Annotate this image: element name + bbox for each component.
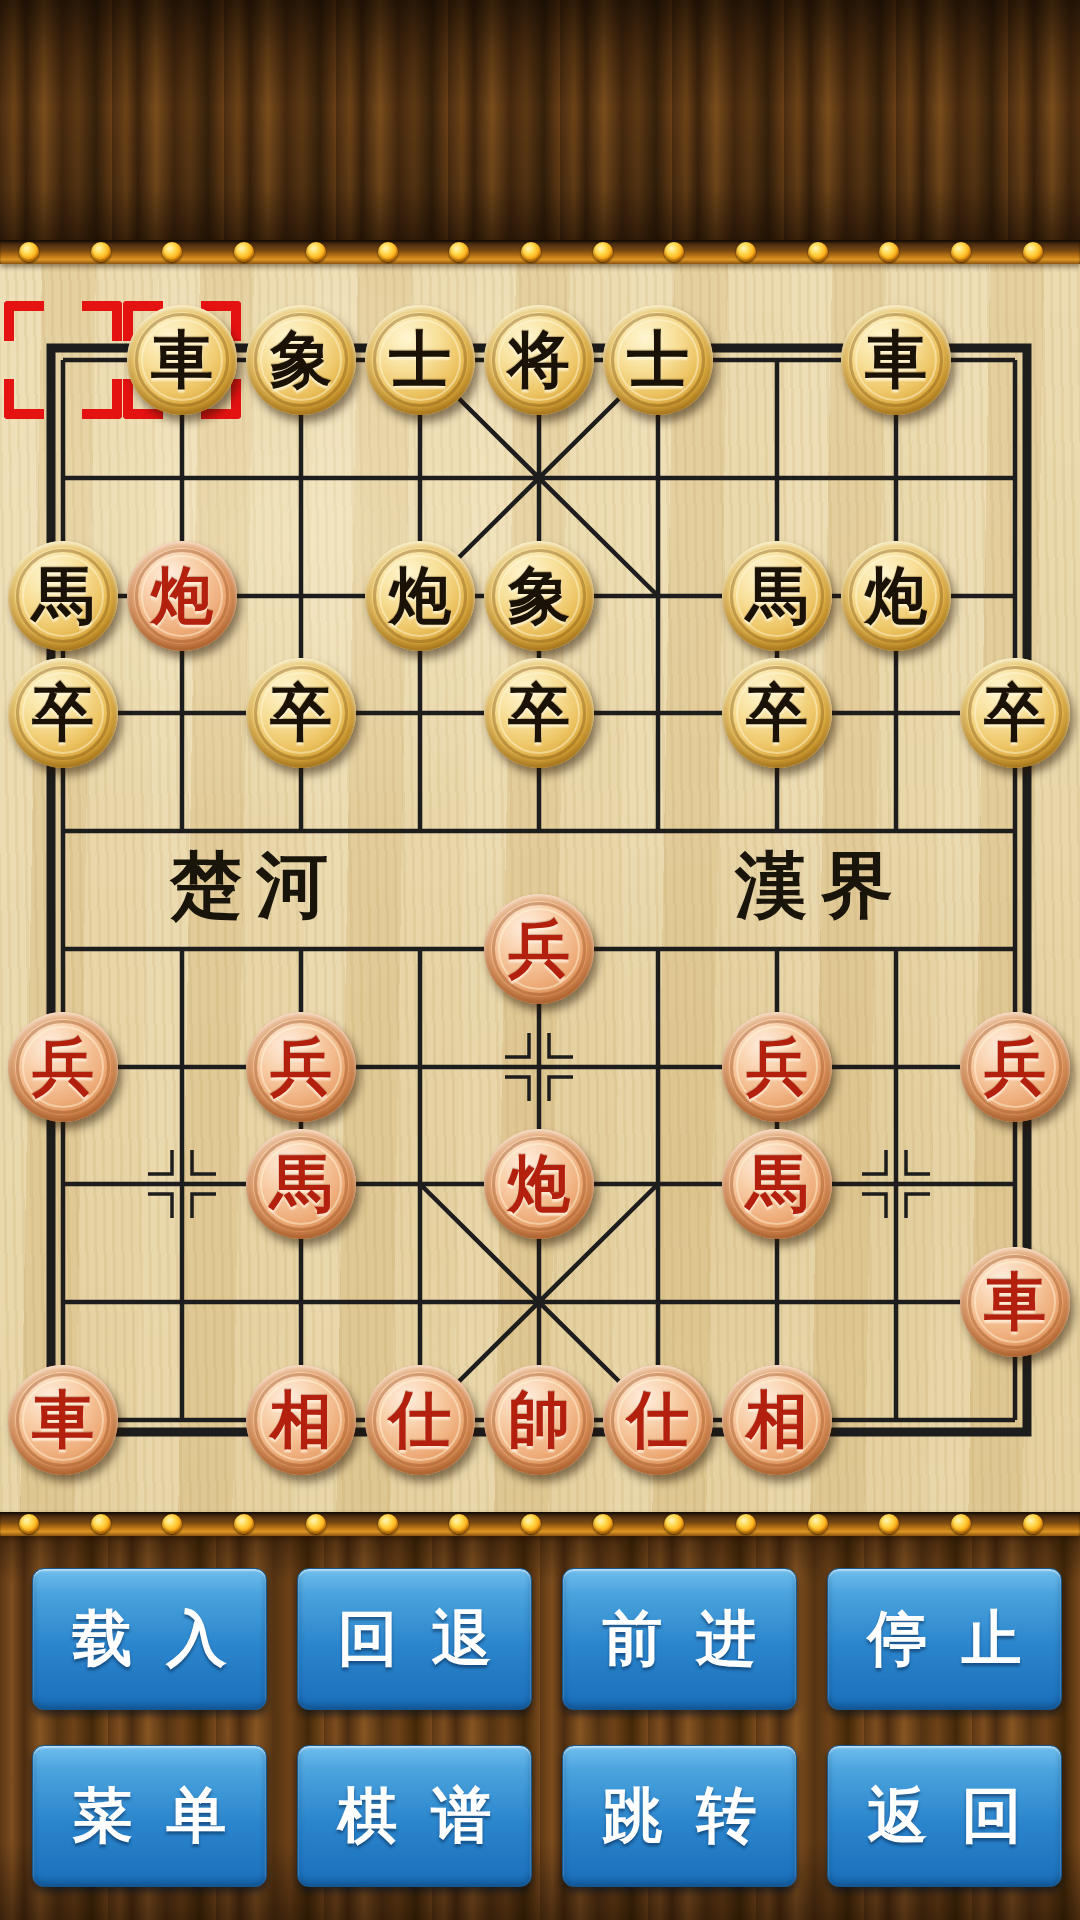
stud-nail xyxy=(521,242,541,262)
piece-black-advisor[interactable]: 士 xyxy=(365,305,475,415)
piece-red-rook[interactable]: 車 xyxy=(960,1247,1070,1357)
piece-glyph: 象 xyxy=(508,565,570,627)
bottom-stud-rail xyxy=(0,1512,1080,1536)
piece-glyph: 車 xyxy=(865,329,927,391)
button-back[interactable]: 返回 xyxy=(827,1745,1062,1887)
stud-nail xyxy=(162,1514,182,1534)
piece-red-elephant[interactable]: 相 xyxy=(246,1365,356,1475)
piece-red-advisor[interactable]: 仕 xyxy=(603,1365,713,1475)
piece-glyph: 兵 xyxy=(984,1036,1046,1098)
top-stud-rail xyxy=(0,240,1080,264)
piece-glyph: 馬 xyxy=(746,565,808,627)
piece-black-pawn[interactable]: 卒 xyxy=(8,658,118,768)
piece-black-cannon[interactable]: 炮 xyxy=(841,541,951,651)
piece-red-elephant[interactable]: 相 xyxy=(722,1365,832,1475)
button-record[interactable]: 棋谱 xyxy=(297,1745,532,1887)
piece-glyph: 将 xyxy=(508,329,570,391)
piece-glyph: 卒 xyxy=(984,682,1046,744)
stud-nail xyxy=(736,1514,756,1534)
stud-nail xyxy=(664,242,684,262)
piece-glyph: 炮 xyxy=(508,1153,570,1215)
stud-nail xyxy=(91,1514,111,1534)
piece-black-horse[interactable]: 馬 xyxy=(8,541,118,651)
piece-glyph: 卒 xyxy=(32,682,94,744)
piece-black-king[interactable]: 将 xyxy=(484,305,594,415)
piece-glyph: 兵 xyxy=(746,1036,808,1098)
piece-black-rook[interactable]: 車 xyxy=(841,305,951,415)
piece-glyph: 象 xyxy=(270,329,332,391)
piece-glyph: 車 xyxy=(151,329,213,391)
button-jump[interactable]: 跳转 xyxy=(562,1745,797,1887)
piece-glyph: 炮 xyxy=(151,565,213,627)
marker-corner-tl xyxy=(4,301,44,341)
xiangqi-app-screen: 楚河 漢界 車象士将士車馬炮炮象馬炮卒卒卒卒卒兵兵兵兵兵馬炮馬車車相仕帥仕相 载… xyxy=(0,0,1080,1920)
stud-nail xyxy=(234,1514,254,1534)
piece-red-pawn[interactable]: 兵 xyxy=(246,1012,356,1122)
piece-red-pawn[interactable]: 兵 xyxy=(8,1012,118,1122)
button-menu[interactable]: 菜单 xyxy=(32,1745,267,1887)
piece-red-pawn[interactable]: 兵 xyxy=(722,1012,832,1122)
stud-nail xyxy=(91,242,111,262)
stud-nail xyxy=(879,242,899,262)
river-label-right: 漢界 xyxy=(735,838,907,934)
stud-nail xyxy=(521,1514,541,1534)
piece-black-horse[interactable]: 馬 xyxy=(722,541,832,651)
stud-nail xyxy=(879,1514,899,1534)
piece-glyph: 仕 xyxy=(389,1389,451,1451)
piece-red-pawn[interactable]: 兵 xyxy=(960,1012,1070,1122)
piece-red-cannon[interactable]: 炮 xyxy=(127,541,237,651)
piece-red-horse[interactable]: 馬 xyxy=(722,1129,832,1239)
button-stop[interactable]: 停止 xyxy=(827,1568,1062,1710)
stud-nail xyxy=(449,1514,469,1534)
piece-red-cannon[interactable]: 炮 xyxy=(484,1129,594,1239)
piece-glyph: 相 xyxy=(270,1389,332,1451)
piece-red-rook[interactable]: 車 xyxy=(8,1365,118,1475)
stud-nail xyxy=(736,242,756,262)
piece-glyph: 馬 xyxy=(270,1153,332,1215)
piece-red-advisor[interactable]: 仕 xyxy=(365,1365,475,1475)
piece-black-elephant[interactable]: 象 xyxy=(484,541,594,651)
piece-glyph: 車 xyxy=(984,1271,1046,1333)
piece-red-pawn[interactable]: 兵 xyxy=(484,894,594,1004)
piece-black-advisor[interactable]: 士 xyxy=(603,305,713,415)
piece-glyph: 帥 xyxy=(508,1389,570,1451)
piece-glyph: 仕 xyxy=(627,1389,689,1451)
river-label-left: 楚河 xyxy=(170,838,342,934)
piece-glyph: 炮 xyxy=(865,565,927,627)
piece-glyph: 兵 xyxy=(270,1036,332,1098)
piece-black-pawn[interactable]: 卒 xyxy=(960,658,1070,768)
stud-nail xyxy=(306,1514,326,1534)
stud-nail xyxy=(593,1514,613,1534)
stud-nail xyxy=(951,242,971,262)
piece-glyph: 馬 xyxy=(746,1153,808,1215)
stud-nail xyxy=(378,1514,398,1534)
piece-glyph: 兵 xyxy=(508,918,570,980)
board-panel: 楚河 漢界 車象士将士車馬炮炮象馬炮卒卒卒卒卒兵兵兵兵兵馬炮馬車車相仕帥仕相 xyxy=(0,264,1080,1512)
piece-black-elephant[interactable]: 象 xyxy=(246,305,356,415)
button-forward[interactable]: 前进 xyxy=(562,1568,797,1710)
piece-black-pawn[interactable]: 卒 xyxy=(484,658,594,768)
piece-black-cannon[interactable]: 炮 xyxy=(365,541,475,651)
stud-nail xyxy=(234,242,254,262)
marker-corner-br xyxy=(82,379,122,419)
piece-black-rook[interactable]: 車 xyxy=(127,305,237,415)
stud-nail xyxy=(1023,242,1043,262)
stud-nail xyxy=(593,242,613,262)
stud-nail xyxy=(162,242,182,262)
piece-red-king[interactable]: 帥 xyxy=(484,1365,594,1475)
marker-corner-tr xyxy=(82,301,122,341)
stud-nail xyxy=(951,1514,971,1534)
stud-nail xyxy=(1023,1514,1043,1534)
stud-nail xyxy=(808,1514,828,1534)
top-wood-panel xyxy=(0,0,1080,240)
stud-nail xyxy=(306,242,326,262)
stud-nail xyxy=(19,1514,39,1534)
button-load[interactable]: 载入 xyxy=(32,1568,267,1710)
piece-black-pawn[interactable]: 卒 xyxy=(722,658,832,768)
piece-red-horse[interactable]: 馬 xyxy=(246,1129,356,1239)
piece-glyph: 車 xyxy=(32,1389,94,1451)
stud-nail xyxy=(19,242,39,262)
xiangqi-board-grid[interactable] xyxy=(0,264,1080,1512)
piece-glyph: 馬 xyxy=(32,565,94,627)
stud-nail xyxy=(664,1514,684,1534)
stud-nail xyxy=(808,242,828,262)
piece-glyph: 卒 xyxy=(746,682,808,744)
piece-glyph: 士 xyxy=(389,329,451,391)
piece-glyph: 卒 xyxy=(270,682,332,744)
last-move-marker xyxy=(4,301,122,419)
marker-corner-bl xyxy=(4,379,44,419)
button-undo[interactable]: 回退 xyxy=(297,1568,532,1710)
toolbar: 载入回退前进停止菜单棋谱跳转返回 xyxy=(0,1536,1080,1920)
stud-nail xyxy=(449,242,469,262)
piece-glyph: 士 xyxy=(627,329,689,391)
piece-glyph: 相 xyxy=(746,1389,808,1451)
stud-nail xyxy=(378,242,398,262)
piece-black-pawn[interactable]: 卒 xyxy=(246,658,356,768)
piece-glyph: 卒 xyxy=(508,682,570,744)
piece-glyph: 兵 xyxy=(32,1036,94,1098)
bottom-wood-panel: 载入回退前进停止菜单棋谱跳转返回 xyxy=(0,1536,1080,1920)
piece-glyph: 炮 xyxy=(389,565,451,627)
